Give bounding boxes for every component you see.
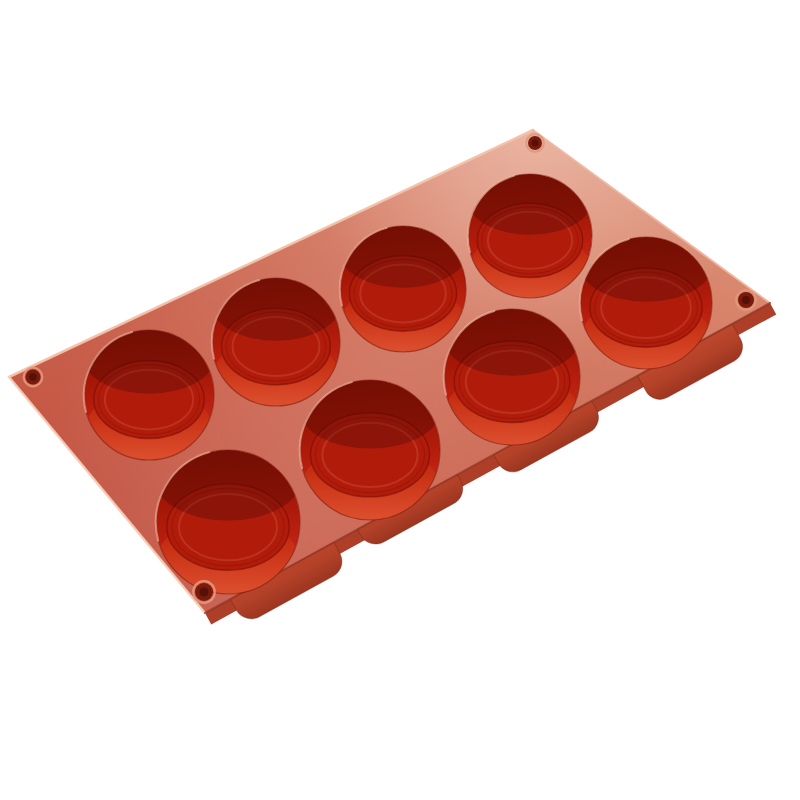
product-photo	[0, 0, 800, 800]
silicone-mold-illustration	[0, 0, 800, 800]
hanging-hole	[193, 581, 215, 603]
hanging-hole	[526, 134, 544, 152]
hanging-hole	[24, 368, 43, 387]
hanging-hole	[736, 290, 756, 310]
